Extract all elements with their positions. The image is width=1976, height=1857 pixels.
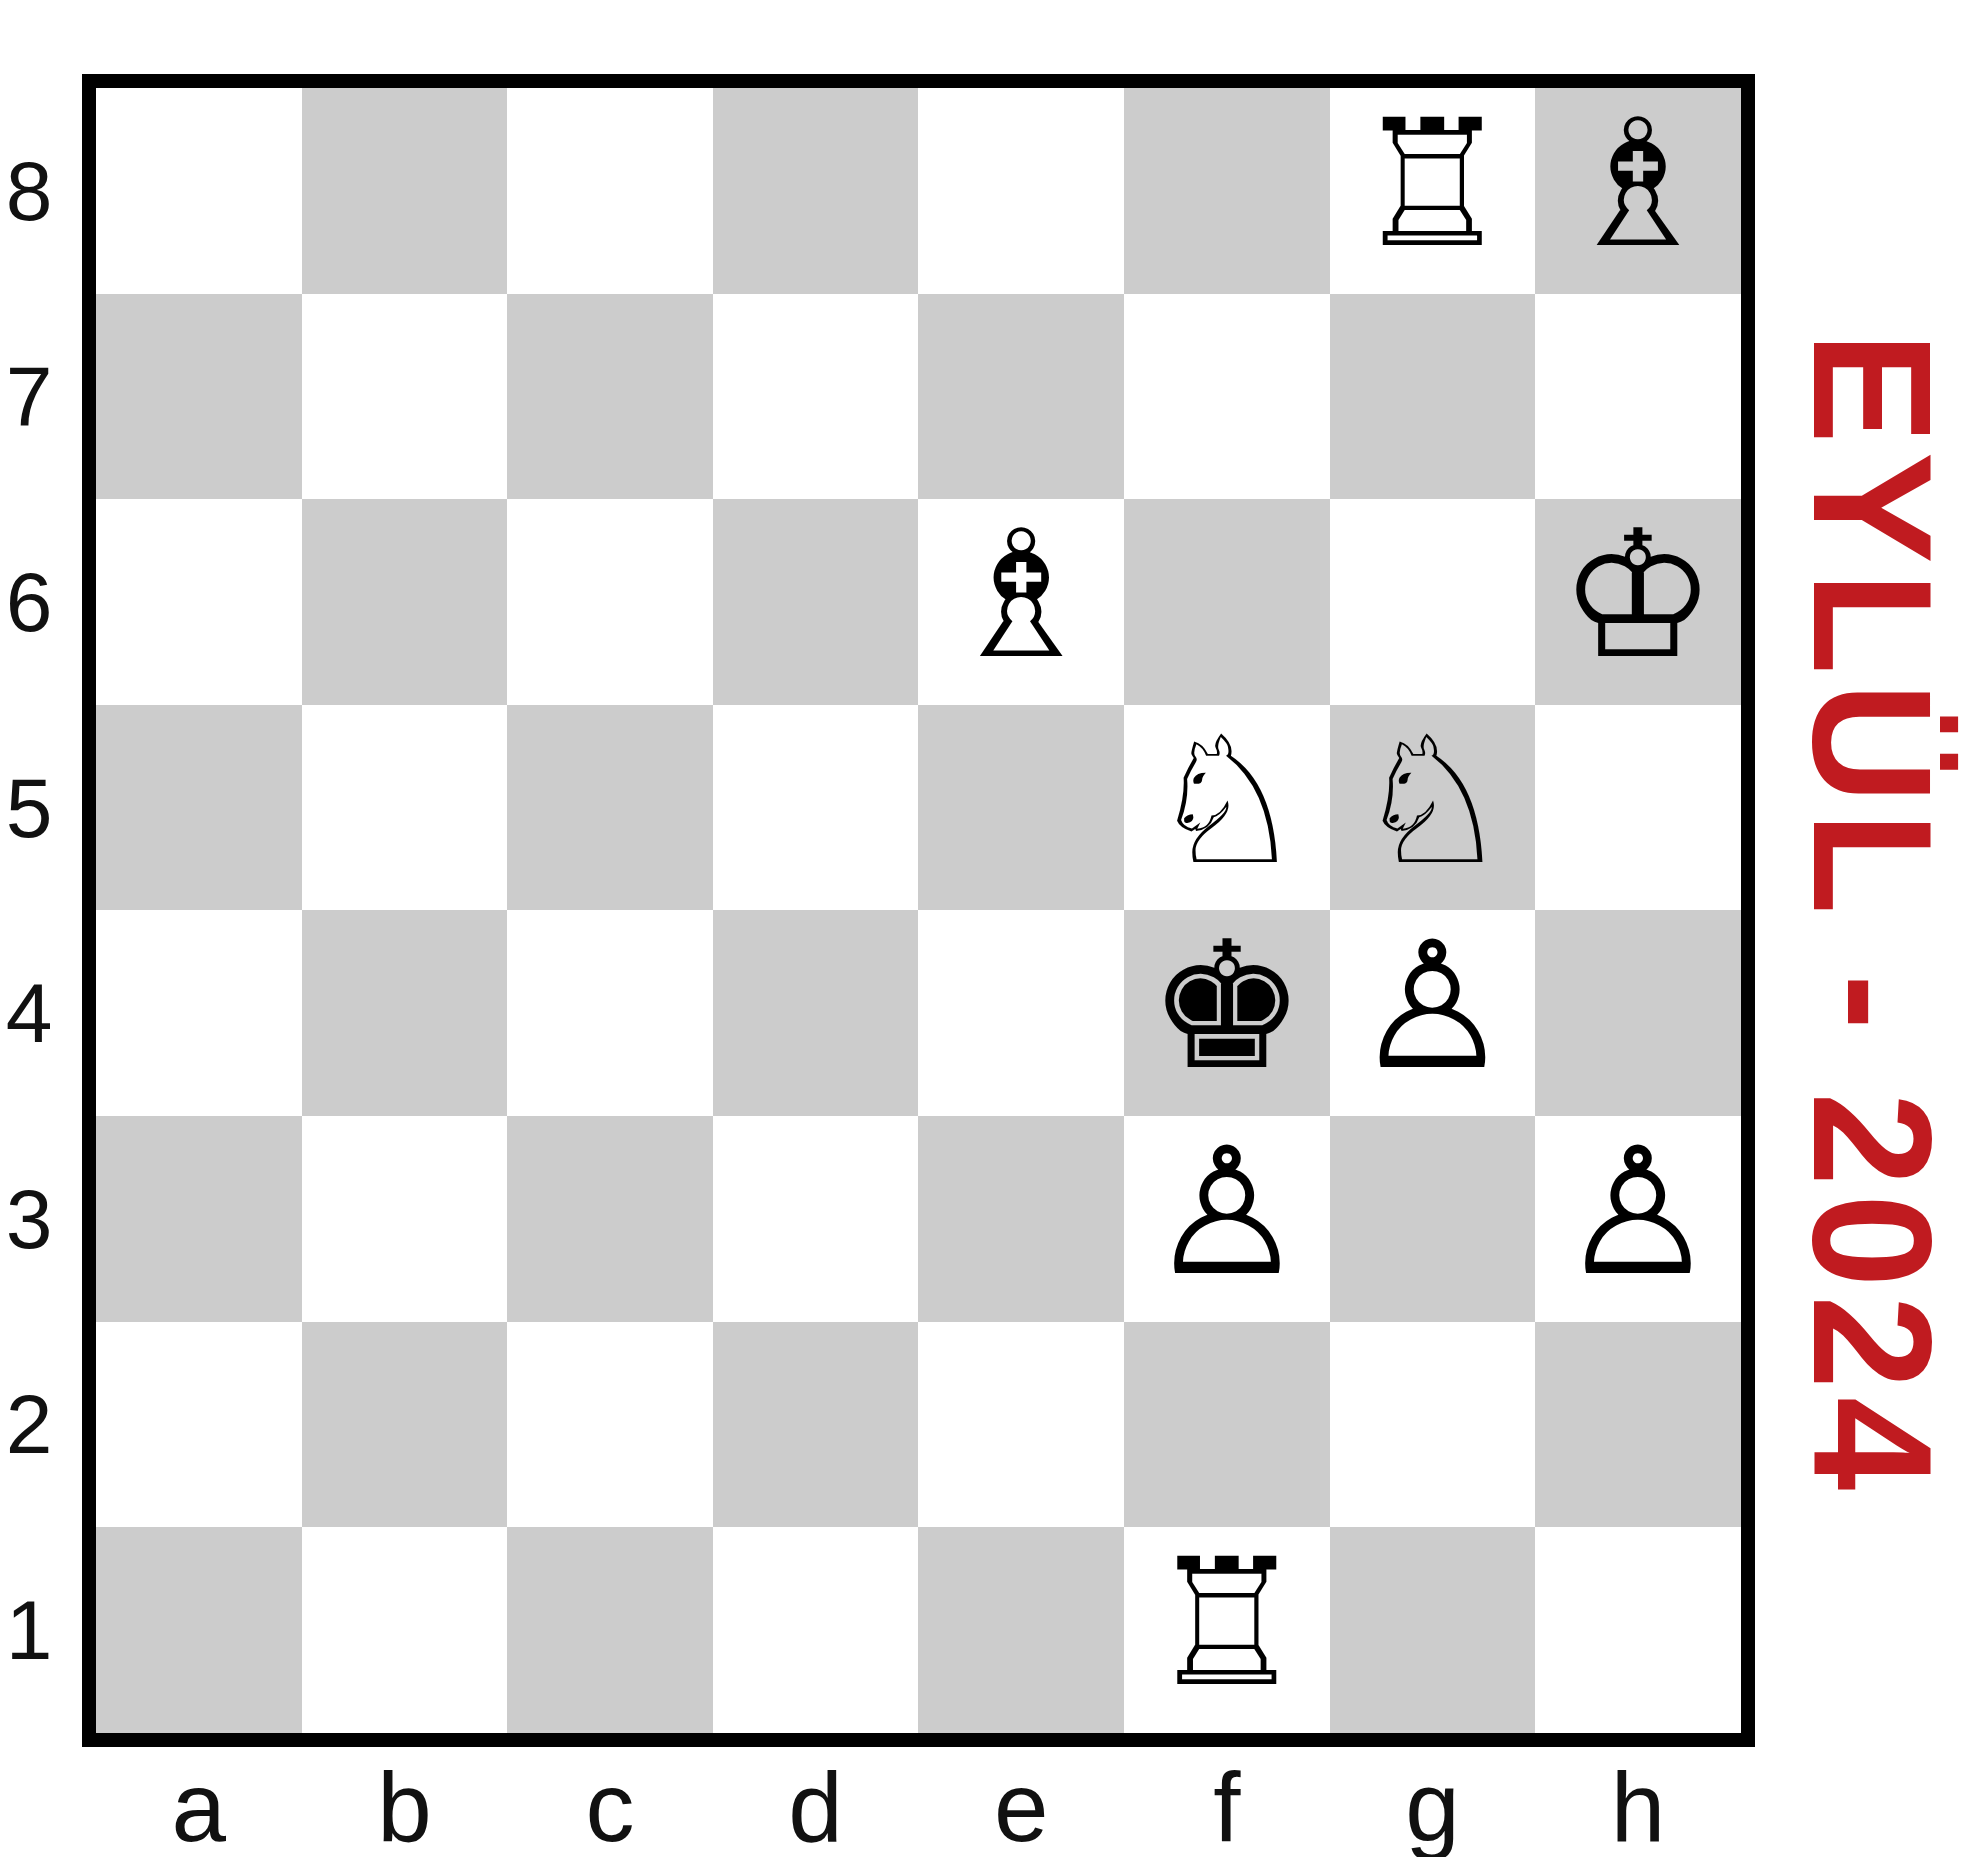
square-b4 — [302, 910, 508, 1116]
square-h2 — [1535, 1322, 1741, 1528]
square-a3 — [96, 1116, 302, 1322]
square-g6 — [1330, 499, 1536, 705]
square-e6: ♗ — [918, 499, 1124, 705]
piece-white-bishop: ♗ — [942, 508, 1100, 684]
square-c7 — [507, 294, 713, 500]
square-f4: ♚ — [1124, 910, 1330, 1116]
square-e7 — [918, 294, 1124, 500]
file-label-h: h — [1558, 1752, 1718, 1857]
piece-white-pawn: ♙ — [1559, 1125, 1717, 1301]
rank-label-8: 8 — [0, 141, 58, 241]
square-h3: ♙ — [1535, 1116, 1741, 1322]
square-b3 — [302, 1116, 508, 1322]
chess-board: ♖♗♗♔♘♘♚♙♙♙♖ — [82, 74, 1755, 1747]
page: ♖♗♗♔♘♘♚♙♙♙♖ 87654321 abcdefgh EYLÜL - 20… — [0, 0, 1976, 1857]
square-g3 — [1330, 1116, 1536, 1322]
square-c5 — [507, 705, 713, 911]
piece-black-king: ♚ — [1148, 919, 1306, 1095]
piece-white-bishop: ♗ — [1559, 97, 1717, 273]
square-b7 — [302, 294, 508, 500]
piece-white-rook: ♖ — [1148, 1536, 1306, 1712]
square-g8: ♖ — [1330, 88, 1536, 294]
square-f5: ♘ — [1124, 705, 1330, 911]
square-h5 — [1535, 705, 1741, 911]
square-g1 — [1330, 1527, 1536, 1733]
square-b8 — [302, 88, 508, 294]
square-h1 — [1535, 1527, 1741, 1733]
square-c2 — [507, 1322, 713, 1528]
square-a2 — [96, 1322, 302, 1528]
file-label-e: e — [941, 1752, 1101, 1857]
square-c3 — [507, 1116, 713, 1322]
square-d4 — [713, 910, 919, 1116]
piece-white-knight: ♘ — [1353, 714, 1511, 890]
piece-white-king: ♔ — [1559, 508, 1717, 684]
square-e5 — [918, 705, 1124, 911]
square-h4 — [1535, 910, 1741, 1116]
file-label-f: f — [1147, 1752, 1307, 1857]
square-d7 — [713, 294, 919, 500]
square-d6 — [713, 499, 919, 705]
square-g7 — [1330, 294, 1536, 500]
square-d3 — [713, 1116, 919, 1322]
rank-label-1: 1 — [0, 1580, 58, 1680]
square-e8 — [918, 88, 1124, 294]
square-a1 — [96, 1527, 302, 1733]
file-label-c: c — [530, 1752, 690, 1857]
square-b6 — [302, 499, 508, 705]
square-f6 — [1124, 499, 1330, 705]
rank-label-3: 3 — [0, 1169, 58, 1269]
square-e1 — [918, 1527, 1124, 1733]
square-h7 — [1535, 294, 1741, 500]
square-f2 — [1124, 1322, 1330, 1528]
square-e2 — [918, 1322, 1124, 1528]
square-g4: ♙ — [1330, 910, 1536, 1116]
square-f1: ♖ — [1124, 1527, 1330, 1733]
piece-white-rook: ♖ — [1353, 97, 1511, 273]
square-a6 — [96, 499, 302, 705]
square-d1 — [713, 1527, 919, 1733]
square-e4 — [918, 910, 1124, 1116]
rank-label-5: 5 — [0, 758, 58, 858]
rank-label-6: 6 — [0, 552, 58, 652]
square-a4 — [96, 910, 302, 1116]
square-c6 — [507, 499, 713, 705]
square-g5: ♘ — [1330, 705, 1536, 911]
piece-white-knight: ♘ — [1148, 714, 1306, 890]
square-c4 — [507, 910, 713, 1116]
square-c8 — [507, 88, 713, 294]
rank-label-2: 2 — [0, 1374, 58, 1474]
square-c1 — [507, 1527, 713, 1733]
file-label-d: d — [736, 1752, 896, 1857]
square-a7 — [96, 294, 302, 500]
square-b1 — [302, 1527, 508, 1733]
square-f8 — [1124, 88, 1330, 294]
file-label-g: g — [1352, 1752, 1512, 1857]
square-g2 — [1330, 1322, 1536, 1528]
square-h6: ♔ — [1535, 499, 1741, 705]
month-caption: EYLÜL - 2024 — [1787, 315, 1957, 1515]
square-b2 — [302, 1322, 508, 1528]
square-e3 — [918, 1116, 1124, 1322]
rank-label-7: 7 — [0, 346, 58, 446]
square-a8 — [96, 88, 302, 294]
file-label-b: b — [324, 1752, 484, 1857]
piece-white-pawn: ♙ — [1353, 919, 1511, 1095]
square-d5 — [713, 705, 919, 911]
square-a5 — [96, 705, 302, 911]
square-h8: ♗ — [1535, 88, 1741, 294]
square-f7 — [1124, 294, 1330, 500]
square-d8 — [713, 88, 919, 294]
piece-white-pawn: ♙ — [1148, 1125, 1306, 1301]
file-label-a: a — [119, 1752, 279, 1857]
square-f3: ♙ — [1124, 1116, 1330, 1322]
square-d2 — [713, 1322, 919, 1528]
square-b5 — [302, 705, 508, 911]
rank-label-4: 4 — [0, 963, 58, 1063]
